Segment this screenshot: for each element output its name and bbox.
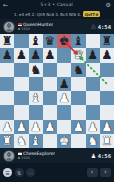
chess-board[interactable]: ♜♝♛♚♝♜♟♟♟♟♛♟♟♞♞♟♝♟♟♟♟♟♟♟♟♜♞♝♚♞♜	[0, 34, 114, 148]
move-forward-button[interactable]: ›	[100, 168, 111, 177]
avatar[interactable]	[3, 150, 15, 162]
black-pawn-icon: ♟	[91, 24, 96, 30]
square-h3[interactable]	[100, 105, 114, 119]
piece-white-king: ♚	[59, 135, 70, 147]
move-back-button[interactable]: ‹	[87, 168, 98, 177]
piece-black-rook: ♜	[101, 35, 112, 47]
square-d1[interactable]	[43, 134, 57, 148]
square-f5[interactable]	[71, 77, 85, 91]
square-g6[interactable]	[86, 63, 100, 77]
square-d6[interactable]	[43, 63, 57, 77]
piece-black-knight: ♞	[30, 64, 41, 76]
flip-board-icon[interactable]: ⇅	[15, 168, 24, 177]
square-f6[interactable]: ♞	[71, 63, 85, 77]
square-h5[interactable]	[100, 77, 114, 91]
square-a1[interactable]: ♜	[0, 134, 14, 148]
player-bar-bottom: ChessExplorer 1500 ♟ 4:56	[0, 148, 114, 163]
menu-icon[interactable]: ☰	[3, 168, 12, 177]
square-a2[interactable]: ♟	[0, 120, 14, 134]
settings-gear-icon[interactable]: ⚙	[106, 2, 111, 8]
square-f3[interactable]	[71, 105, 85, 119]
move-list-text: 1. e4 e5 2. Qh5 Nc6 3. Bc4 Nf6 4.	[14, 12, 81, 17]
piece-white-pawn: ♟	[16, 121, 27, 133]
square-h8[interactable]: ♜	[100, 34, 114, 48]
square-c4[interactable]: ♝	[29, 91, 43, 105]
square-b2[interactable]: ♟	[14, 120, 28, 134]
square-h7[interactable]: ♟	[100, 48, 114, 62]
square-d4[interactable]	[43, 91, 57, 105]
piece-white-bishop: ♝	[30, 135, 41, 147]
square-e4[interactable]: ♟	[57, 91, 71, 105]
square-e2[interactable]	[57, 120, 71, 134]
square-e3[interactable]	[57, 105, 71, 119]
square-g3[interactable]	[86, 105, 100, 119]
piece-white-rook: ♜	[2, 135, 13, 147]
square-b3[interactable]	[14, 105, 28, 119]
square-h1[interactable]: ♜	[100, 134, 114, 148]
piece-black-knight: ♞	[73, 64, 84, 76]
square-b4[interactable]	[14, 91, 28, 105]
square-a5[interactable]	[0, 77, 14, 91]
online-dot	[18, 157, 20, 159]
square-a6[interactable]	[0, 63, 14, 77]
piece-black-pawn: ♟	[30, 49, 41, 61]
square-h2[interactable]: ♟	[100, 120, 114, 134]
square-f1[interactable]	[71, 134, 85, 148]
piece-white-pawn: ♟	[101, 121, 112, 133]
piece-white-pawn: ♟	[59, 92, 70, 104]
back-icon[interactable]: ←	[3, 2, 8, 8]
square-g7[interactable]: ♟	[86, 48, 100, 62]
square-e6[interactable]	[57, 63, 71, 77]
player-bar-top: QueenHunter 1500 ♟ 4:54	[0, 19, 114, 34]
piece-white-pawn: ♟	[87, 121, 98, 133]
piece-white-pawn: ♟	[30, 121, 41, 133]
square-f8[interactable]: ♝	[71, 34, 85, 48]
piece-black-rook: ♜	[2, 35, 13, 47]
square-c6[interactable]: ♞	[29, 63, 43, 77]
square-d2[interactable]: ♟	[43, 120, 57, 134]
square-b8[interactable]	[14, 34, 28, 48]
move-list[interactable]: 1. e4 e5 2. Qh5 Nc6 3. Bc4 Nf6 4. Qxf7#	[0, 9, 114, 19]
square-c7[interactable]: ♟	[29, 48, 43, 62]
game-title: 5+3 • Casual	[41, 2, 74, 7]
piece-black-pawn: ♟	[2, 49, 13, 61]
piece-white-knight: ♞	[87, 135, 98, 147]
bottom-toolbar: ☰ ⇅ ⋯ ‹ ›	[0, 163, 114, 182]
flag-icon	[18, 23, 22, 26]
piece-white-queen: ♛	[73, 49, 84, 61]
square-c8[interactable]: ♝	[29, 34, 43, 48]
square-g8[interactable]	[86, 34, 100, 48]
square-a3[interactable]	[0, 105, 14, 119]
piece-black-pawn: ♟	[87, 49, 98, 61]
flag-icon	[18, 152, 22, 155]
square-a8[interactable]: ♜	[0, 34, 14, 48]
square-h6[interactable]	[100, 63, 114, 77]
square-d3[interactable]	[43, 105, 57, 119]
piece-black-king: ♚	[59, 35, 70, 47]
online-dot	[18, 28, 20, 30]
square-c2[interactable]: ♟	[29, 120, 43, 134]
piece-black-bishop: ♝	[73, 35, 84, 47]
current-move-badge[interactable]: Qxf7#	[83, 11, 100, 17]
piece-black-queen: ♛	[44, 35, 55, 47]
clock-bottom: 4:56	[98, 153, 111, 159]
player-name-bottom[interactable]: ChessExplorer	[23, 151, 55, 156]
square-f4[interactable]	[71, 91, 85, 105]
piece-white-pawn: ♟	[44, 121, 55, 133]
square-d8[interactable]: ♛	[43, 34, 57, 48]
piece-black-pawn: ♟	[101, 49, 112, 61]
square-e5[interactable]: ♟	[57, 77, 71, 91]
piece-white-pawn: ♟	[2, 121, 13, 133]
square-g4[interactable]	[86, 91, 100, 105]
square-c1[interactable]: ♝	[29, 134, 43, 148]
square-c5[interactable]	[29, 77, 43, 91]
square-b6[interactable]	[14, 63, 28, 77]
player-rating-top: 1500	[21, 27, 30, 31]
square-d5[interactable]	[43, 77, 57, 91]
piece-white-knight: ♞	[16, 135, 27, 147]
square-f7[interactable]: ♛	[71, 48, 85, 62]
player-name-top[interactable]: QueenHunter	[23, 22, 53, 27]
chat-icon[interactable]: ⋯	[26, 168, 35, 177]
square-e7[interactable]	[57, 48, 71, 62]
piece-white-rook: ♜	[101, 135, 112, 147]
piece-black-pawn: ♟	[59, 78, 70, 90]
square-g5[interactable]	[86, 77, 100, 91]
board-wrap: ♜♝♛♚♝♜♟♟♟♟♛♟♟♞♞♟♝♟♟♟♟♟♟♟♟♜♞♝♚♞♜	[0, 34, 114, 148]
square-a4[interactable]	[0, 91, 14, 105]
piece-black-bishop: ♝	[30, 35, 41, 47]
app-bar: ← 5+3 • Casual ⚙	[0, 0, 114, 9]
square-f2[interactable]: ♟	[71, 120, 85, 134]
square-g2[interactable]: ♟	[86, 120, 100, 134]
square-b7[interactable]: ♟	[14, 48, 28, 62]
square-e8[interactable]: ♚	[57, 34, 71, 48]
clock-top: 4:54	[98, 24, 111, 30]
avatar[interactable]	[3, 21, 15, 33]
piece-white-pawn: ♟	[73, 121, 84, 133]
player-rating-bottom: 1500	[21, 156, 30, 160]
square-g1[interactable]: ♞	[86, 134, 100, 148]
square-b5[interactable]	[14, 77, 28, 91]
piece-white-bishop: ♝	[30, 92, 41, 104]
square-c3[interactable]	[29, 105, 43, 119]
square-d7[interactable]: ♟	[43, 48, 57, 62]
square-e1[interactable]: ♚	[57, 134, 71, 148]
piece-black-pawn: ♟	[44, 49, 55, 61]
square-a7[interactable]: ♟	[0, 48, 14, 62]
piece-black-pawn: ♟	[16, 49, 27, 61]
square-h4[interactable]	[100, 91, 114, 105]
square-b1[interactable]: ♞	[14, 134, 28, 148]
white-pawn-icon: ♟	[91, 153, 96, 159]
